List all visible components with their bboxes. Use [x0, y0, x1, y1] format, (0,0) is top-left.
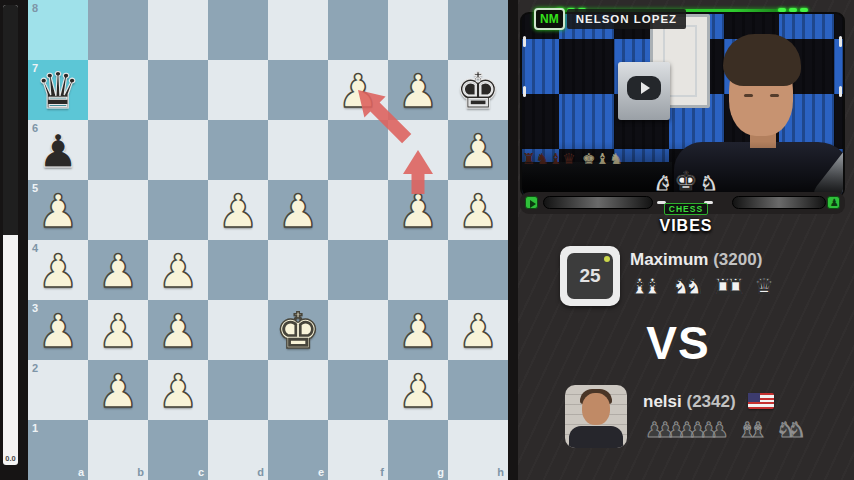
- captured-knight-x2: ♞♞: [671, 274, 703, 299]
- square-b4[interactable]: ♟: [88, 240, 148, 300]
- file-label: a: [78, 466, 84, 478]
- bottom-player-name: nelsi (2342): [643, 392, 774, 412]
- file-label: g: [437, 466, 444, 478]
- piece-wP-g3[interactable]: ♟: [388, 300, 448, 360]
- square-b2[interactable]: ♟: [88, 360, 148, 420]
- file-label: d: [257, 466, 264, 478]
- piece-wP-b3[interactable]: ♟: [88, 300, 148, 360]
- square-h7[interactable]: ♚: [448, 60, 508, 120]
- piece-wP-h6[interactable]: ♟: [448, 120, 508, 180]
- square-a1[interactable]: 1a: [28, 420, 88, 480]
- chess-vibes-logo: ♞♚♞ CHESS VIBES: [631, 164, 741, 235]
- piece-wP-h5[interactable]: ♟: [448, 180, 508, 240]
- top-player-username: Maximum: [630, 250, 708, 269]
- square-e7[interactable]: [268, 60, 328, 120]
- piece-wP-g2[interactable]: ♟: [388, 360, 448, 420]
- file-label: b: [137, 466, 144, 478]
- vs-label: VS: [518, 316, 838, 370]
- rank-label: 1: [32, 422, 38, 434]
- square-f2[interactable]: [328, 360, 388, 420]
- square-d4[interactable]: [208, 240, 268, 300]
- square-c6[interactable]: [148, 120, 208, 180]
- piece-bQ-a7[interactable]: ♛: [28, 60, 88, 120]
- square-a5[interactable]: 5♟: [28, 180, 88, 240]
- frame-dash: [523, 36, 526, 47]
- square-f6[interactable]: [328, 120, 388, 180]
- chess-board[interactable]: 87♛♟♟♚6♟♟5♟♟♟♟♟4♟♟♟3♟♟♟♚♟♟2♟♟♟1abcdefgh: [28, 0, 508, 480]
- green-pawn-icon[interactable]: ♟: [827, 196, 840, 209]
- square-h6[interactable]: ♟: [448, 120, 508, 180]
- nm-title-badge: NM: [534, 8, 565, 30]
- square-g8[interactable]: [388, 0, 448, 60]
- square-f1[interactable]: f: [328, 420, 388, 480]
- green-play-icon[interactable]: [525, 196, 538, 209]
- square-e5[interactable]: ♟: [268, 180, 328, 240]
- stream-side-panel: ♜♞♝♛ ♚♝♞ NM NELSON LOPEZ ♟: [518, 0, 854, 480]
- bottom-player-rating: (2342): [686, 392, 735, 411]
- player-avatar: [565, 385, 627, 448]
- square-h1[interactable]: h: [448, 420, 508, 480]
- king-icon: ♚: [674, 164, 697, 198]
- square-c4[interactable]: ♟: [148, 240, 208, 300]
- piece-wP-g5[interactable]: ♟: [388, 180, 448, 240]
- square-b3[interactable]: ♟: [88, 300, 148, 360]
- logo-pieces: ♞♚♞: [631, 164, 741, 198]
- captured-queen-x1: ♛: [754, 274, 774, 299]
- square-g6[interactable]: [388, 120, 448, 180]
- square-e4[interactable]: [268, 240, 328, 300]
- square-g3[interactable]: ♟: [388, 300, 448, 360]
- square-f4[interactable]: [328, 240, 388, 300]
- logo-chess-text: CHESS: [664, 203, 708, 215]
- piece-wP-c4[interactable]: ♟: [148, 240, 208, 300]
- captured-bishop-x2: ♝♝: [738, 418, 768, 442]
- bottom-player-username: nelsi: [643, 392, 682, 411]
- logo-vibes-text: VIBES: [631, 217, 741, 235]
- square-a4[interactable]: 4♟: [28, 240, 88, 300]
- captured-knight-x2: ♞♞: [776, 418, 806, 442]
- frame-dash: [839, 86, 842, 97]
- file-label: h: [497, 466, 504, 478]
- piece-wP-a4[interactable]: ♟: [28, 240, 88, 300]
- top-player-rating: (3200): [713, 250, 762, 269]
- engine-chip-icon: 25: [560, 246, 620, 306]
- square-h3[interactable]: ♟: [448, 300, 508, 360]
- piece-wP-h3[interactable]: ♟: [448, 300, 508, 360]
- square-f5[interactable]: [328, 180, 388, 240]
- square-d3[interactable]: [208, 300, 268, 360]
- evaluation-score: 0.0: [3, 454, 18, 463]
- evaluation-bar-black-half: [3, 5, 18, 235]
- square-f3[interactable]: [328, 300, 388, 360]
- captured-pieces-bottom: ♟♟♟♟♟♟♟♝♝♞♞: [645, 418, 815, 442]
- file-label: c: [198, 466, 204, 478]
- file-label: e: [318, 466, 324, 478]
- square-h8[interactable]: [448, 0, 508, 60]
- square-e2[interactable]: [268, 360, 328, 420]
- piece-wP-c2[interactable]: ♟: [148, 360, 208, 420]
- captured-rook-x2: ♜♜: [713, 274, 745, 299]
- square-b7[interactable]: [88, 60, 148, 120]
- piece-bP-a6[interactable]: ♟: [28, 120, 88, 180]
- square-b5[interactable]: [88, 180, 148, 240]
- square-g5[interactable]: ♟: [388, 180, 448, 240]
- piece-wP-a5[interactable]: ♟: [28, 180, 88, 240]
- square-c1[interactable]: c: [148, 420, 208, 480]
- piece-wP-e5[interactable]: ♟: [268, 180, 328, 240]
- piece-wP-a3[interactable]: ♟: [28, 300, 88, 360]
- square-c5[interactable]: [148, 180, 208, 240]
- piece-wP-d5[interactable]: ♟: [208, 180, 268, 240]
- piece-wP-b2[interactable]: ♟: [88, 360, 148, 420]
- piece-wP-c3[interactable]: ♟: [148, 300, 208, 360]
- square-d6[interactable]: [208, 120, 268, 180]
- square-e8[interactable]: [268, 0, 328, 60]
- square-g2[interactable]: ♟: [388, 360, 448, 420]
- piece-wP-b4[interactable]: ♟: [88, 240, 148, 300]
- square-d5[interactable]: ♟: [208, 180, 268, 240]
- square-h2[interactable]: [448, 360, 508, 420]
- slider-track-right: [732, 196, 826, 209]
- file-label: f: [380, 466, 384, 478]
- square-c8[interactable]: [148, 0, 208, 60]
- square-g4[interactable]: [388, 240, 448, 300]
- streamer-title-row: NM NELSON LOPEZ: [534, 8, 686, 30]
- knight-icon: ♞: [654, 166, 672, 200]
- evaluation-bar: 0.0: [3, 5, 18, 465]
- top-player-name: Maximum (3200): [630, 250, 762, 270]
- square-b6[interactable]: [88, 120, 148, 180]
- square-a6[interactable]: 6♟: [28, 120, 88, 180]
- square-b1[interactable]: b: [88, 420, 148, 480]
- chip-indicator-dot: [604, 256, 610, 262]
- captured-pieces-top: ♝♝♞♞♜♜♛: [630, 274, 783, 299]
- square-d2[interactable]: [208, 360, 268, 420]
- square-g1[interactable]: g: [388, 420, 448, 480]
- captured-pawn-x7: ♟♟♟♟♟♟♟: [645, 418, 729, 442]
- square-d8[interactable]: [208, 0, 268, 60]
- rank-label: 2: [32, 362, 38, 374]
- piece-wP-f7[interactable]: ♟: [328, 60, 388, 120]
- piece-bK-h7[interactable]: ♚: [448, 60, 508, 120]
- square-e6[interactable]: [268, 120, 328, 180]
- piece-wP-g7[interactable]: ♟: [388, 60, 448, 120]
- piece-wK-e3[interactable]: ♚: [268, 300, 328, 360]
- rank-label: 8: [32, 2, 38, 14]
- square-f8[interactable]: [328, 0, 388, 60]
- square-c2[interactable]: ♟: [148, 360, 208, 420]
- frame-dash: [523, 86, 526, 97]
- square-g7[interactable]: ♟: [388, 60, 448, 120]
- square-f7[interactable]: ♟: [328, 60, 388, 120]
- stream-screen: 0.0 87♛♟♟♚6♟♟5♟♟♟♟♟4♟♟♟3♟♟♟♚♟♟2♟♟♟1abcde…: [0, 0, 854, 480]
- square-c7[interactable]: [148, 60, 208, 120]
- square-d7[interactable]: [208, 60, 268, 120]
- square-a8[interactable]: 8: [28, 0, 88, 60]
- square-a3[interactable]: 3♟: [28, 300, 88, 360]
- us-flag-icon: [748, 393, 774, 409]
- square-h4[interactable]: [448, 240, 508, 300]
- square-c3[interactable]: ♟: [148, 300, 208, 360]
- square-a2[interactable]: 2: [28, 360, 88, 420]
- square-a7[interactable]: 7♛: [28, 60, 88, 120]
- square-e3[interactable]: ♚: [268, 300, 328, 360]
- square-h5[interactable]: ♟: [448, 180, 508, 240]
- square-d1[interactable]: d: [208, 420, 268, 480]
- square-e1[interactable]: e: [268, 420, 328, 480]
- knight-icon: ♞: [700, 166, 718, 200]
- frame-dash: [839, 36, 842, 47]
- captured-bishop-x2: ♝♝: [630, 274, 662, 299]
- streamer-name: NELSON LOPEZ: [567, 9, 686, 29]
- square-b8[interactable]: [88, 0, 148, 60]
